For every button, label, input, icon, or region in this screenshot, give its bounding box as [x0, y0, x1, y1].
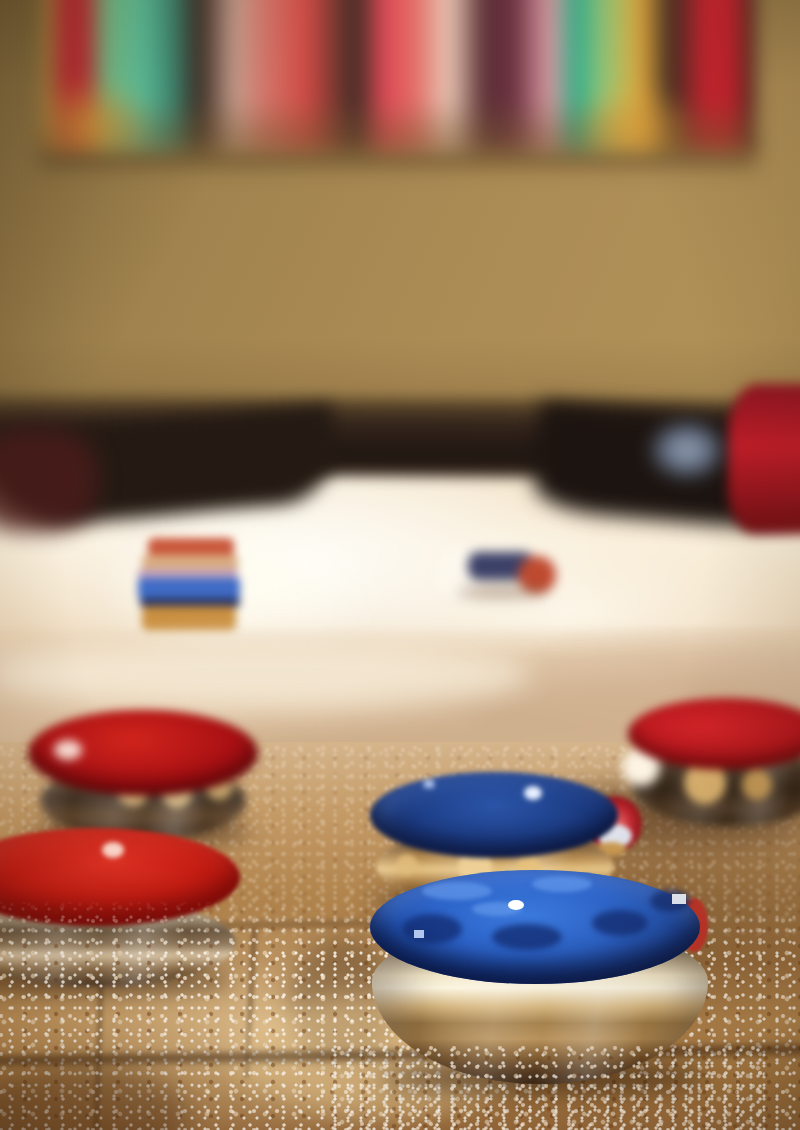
cap-ridge — [422, 882, 492, 900]
abstract-painting — [42, 0, 756, 152]
puck-red-bottom-left — [0, 822, 242, 984]
specular-highlight — [524, 786, 542, 800]
specular-highlight — [102, 842, 124, 858]
puck-stack-red-on-blue — [138, 538, 240, 636]
puck-blue-main — [362, 866, 716, 1090]
specular-highlight — [672, 894, 686, 904]
cap-ridge — [532, 876, 592, 892]
specular-highlight — [414, 930, 424, 938]
stack-chrome-band — [142, 555, 238, 570]
cushion-glint — [646, 418, 728, 482]
puck-blue-cap — [370, 772, 618, 858]
right-red-cushion — [728, 384, 800, 534]
mid-puck-shadow — [456, 586, 548, 598]
bokeh-highlight — [742, 770, 772, 800]
puck-red-mid-table — [436, 544, 568, 604]
cap-dimple — [492, 924, 562, 950]
specular-highlight — [54, 740, 82, 760]
surface-bright-band — [0, 638, 530, 710]
specular-highlight — [424, 780, 434, 788]
puck-red-cap — [0, 828, 240, 926]
stack-blue-cap — [138, 578, 240, 599]
photo-table-shuffleboard — [0, 0, 800, 1130]
specular-highlight — [508, 900, 524, 910]
left-cushion-corner — [0, 428, 98, 532]
cap-dimple — [402, 914, 462, 944]
puck-red-right — [620, 692, 800, 844]
cap-dimple — [592, 910, 648, 936]
